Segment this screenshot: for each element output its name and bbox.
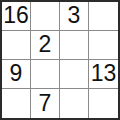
cell-r2c3[interactable] <box>60 31 89 60</box>
cell-r1c2[interactable] <box>31 2 60 31</box>
cell-r1c1: 16 <box>2 2 31 31</box>
cell-r1c3: 3 <box>60 2 89 31</box>
cell-r4c1[interactable] <box>2 89 31 118</box>
cell-r4c4[interactable] <box>89 89 118 118</box>
cell-r4c3[interactable] <box>60 89 89 118</box>
cell-r3c1: 9 <box>2 60 31 89</box>
cell-r3c2[interactable] <box>31 60 60 89</box>
cell-r3c4: 13 <box>89 60 118 89</box>
puzzle-board: 16 3 2 9 13 7 <box>0 0 120 120</box>
cell-r3c3[interactable] <box>60 60 89 89</box>
cell-r2c2: 2 <box>31 31 60 60</box>
cell-r2c1[interactable] <box>2 31 31 60</box>
cell-r4c2: 7 <box>31 89 60 118</box>
cell-r2c4[interactable] <box>89 31 118 60</box>
cell-r1c4[interactable] <box>89 2 118 31</box>
